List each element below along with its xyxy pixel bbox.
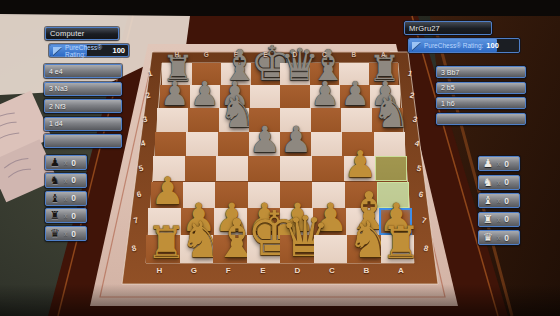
black-move-row-2[interactable]: 2 b5 (436, 82, 526, 94)
square-f6[interactable] (215, 182, 247, 208)
pawn-icon: ♟ (483, 158, 493, 169)
pure-chess-game-screen: ♜♝♚♛♝♜♟♟♟♟♟♟♞♞♟♟♟♟♟♟♟♟♟♝♟♜♞♝♚♛♞♜ HHGGFFE… (0, 0, 560, 316)
square-e8[interactable]: ♚ (247, 235, 281, 263)
white-move-text: 2 Nf3 (49, 103, 66, 110)
square-b4[interactable] (342, 132, 373, 157)
black-move-text: 2 b5 (441, 84, 455, 91)
white-move-row-5[interactable] (44, 134, 122, 148)
square-b3[interactable] (341, 108, 372, 132)
white-move-text: 1 d4 (49, 120, 63, 127)
square-d3[interactable] (280, 108, 311, 132)
white-captured-row-pawn: ♟x0 (45, 155, 87, 170)
white-rating-label: PureChess® Rating: (65, 44, 109, 58)
black-captured-count-rook: 0 (504, 214, 509, 224)
black-captured-count-pawn: 0 (504, 159, 509, 169)
square-g5[interactable] (185, 156, 217, 181)
square-b5[interactable]: ♟ (344, 156, 376, 181)
rook-icon: ♜ (50, 210, 60, 221)
square-e5[interactable] (248, 156, 280, 181)
square-d1[interactable]: ♛ (280, 63, 310, 85)
square-c3[interactable] (311, 108, 342, 132)
square-e7[interactable]: ♟ (247, 208, 280, 235)
knight-icon: ♞ (50, 175, 60, 186)
board-rank-3: ♞♞ (157, 108, 402, 132)
white-captured-row-knight: ♞x0 (45, 173, 87, 188)
black-captured-row-queen: ♛x0 (478, 230, 520, 245)
white-captured-count-pawn: 0 (71, 158, 76, 168)
white-player-name: Computer (50, 29, 85, 38)
black-captured-row-rook: ♜x0 (478, 212, 520, 227)
square-b7[interactable]: ♝ (346, 208, 379, 235)
multiply-symbol: x (64, 159, 67, 166)
square-d8[interactable]: ♛ (280, 235, 314, 263)
multiply-symbol: x (497, 179, 500, 186)
square-c8[interactable] (314, 235, 348, 263)
white-captured-count-queen: 0 (71, 229, 76, 239)
white-captured-row-queen: ♛x0 (45, 226, 87, 241)
square-a3[interactable]: ♞ (372, 108, 403, 132)
black-captured-count-queen: 0 (504, 233, 509, 243)
white-rating-value: 100 (112, 46, 125, 55)
square-c7[interactable]: ♟ (313, 208, 346, 235)
legal-move-highlight (377, 182, 409, 208)
black-move-text: 1 h6 (441, 100, 455, 107)
square-g7[interactable]: ♟ (181, 208, 214, 235)
board-rank-6: ♟ (151, 182, 410, 208)
file-label-bottom-F: F (222, 266, 234, 275)
pawn-icon: ♟ (50, 157, 60, 168)
black-move-row-3[interactable]: 1 h6 (436, 97, 526, 109)
white-move-row-2[interactable]: 3 Na3 (44, 82, 122, 96)
square-a7[interactable]: ♟ (379, 208, 412, 235)
white-captured-count-bishop: 0 (71, 193, 76, 203)
black-captured-row-knight: ♞x0 (478, 175, 520, 190)
black-player-name: MrGru27 (409, 24, 440, 33)
knight-icon: ♞ (483, 177, 493, 188)
multiply-symbol: x (497, 234, 500, 241)
square-h8[interactable]: ♜ (146, 235, 180, 263)
file-label-bottom-D: D (291, 266, 303, 275)
square-b6[interactable] (345, 182, 377, 208)
file-label-bottom-G: G (188, 266, 200, 275)
white-move-text: 4 e4 (49, 68, 63, 75)
file-label-top-B: B (348, 51, 360, 58)
file-label-bottom-C: C (326, 266, 338, 275)
square-h1[interactable]: ♜ (162, 63, 192, 85)
square-f7[interactable]: ♟ (214, 208, 247, 235)
white-captured-row-bishop: ♝x0 (45, 191, 87, 206)
black-player-name-bar: MrGru27 (404, 21, 492, 35)
file-label-top-F: F (230, 51, 242, 58)
file-label-top-H: H (171, 51, 183, 58)
square-d7[interactable]: ♟ (280, 208, 313, 235)
square-a6[interactable] (377, 182, 409, 208)
multiply-symbol: x (497, 197, 500, 204)
file-label-top-G: G (200, 51, 212, 58)
square-h4[interactable] (155, 132, 186, 157)
black-rating-value: 100 (486, 41, 499, 50)
square-a1[interactable]: ♜ (369, 63, 399, 85)
square-d6[interactable] (280, 182, 312, 208)
file-label-bottom-H: H (153, 266, 165, 275)
multiply-symbol: x (497, 216, 500, 223)
white-captured-count-knight: 0 (71, 175, 76, 185)
square-e6[interactable] (248, 182, 280, 208)
square-a4[interactable] (374, 132, 405, 157)
square-a2[interactable]: ♟ (370, 85, 400, 108)
black-rating-label: PureChess® Rating: (424, 42, 483, 49)
square-c2[interactable]: ♟ (310, 85, 340, 108)
black-captured-row-bishop: ♝x0 (478, 193, 520, 208)
black-captured-row-pawn: ♟x0 (478, 156, 520, 171)
white-move-text: 3 Na3 (49, 85, 68, 92)
purechess-flag-icon (53, 47, 62, 55)
board-rank-2: ♟♟♟♟♟♟ (160, 85, 401, 108)
square-g3[interactable] (188, 108, 219, 132)
bishop-icon: ♝ (483, 195, 493, 206)
board-rank-7: ♟♟♟♟♟♝♟ (148, 208, 411, 235)
square-b1[interactable] (339, 63, 369, 85)
board-rank-8: ♜♞♝♚♛♞♜ (146, 235, 414, 263)
multiply-symbol: x (497, 160, 500, 167)
white-move-row-1[interactable]: 4 e4 (44, 64, 122, 78)
square-e3[interactable] (249, 108, 280, 132)
file-label-bottom-E: E (257, 266, 269, 275)
white-captured-count-rook: 0 (71, 211, 76, 221)
black-move-row-1[interactable]: 3 Bb7 (436, 66, 526, 78)
file-label-top-D: D (289, 51, 301, 58)
square-a5[interactable] (375, 156, 407, 181)
queen-icon: ♛ (50, 228, 60, 239)
board-rank-4: ♟♟ (155, 132, 405, 157)
square-h3[interactable] (157, 108, 188, 132)
board-rank-1: ♜♝♚♛♝♜ (162, 63, 398, 85)
bishop-icon: ♝ (50, 193, 60, 204)
white-rating-bar: PureChess® Rating: 100 (49, 44, 129, 57)
square-f4[interactable] (218, 132, 249, 157)
multiply-symbol: x (64, 177, 67, 184)
black-rating-bar: PureChess® Rating: 100 (408, 38, 520, 53)
black-move-text: 3 Bb7 (441, 69, 459, 76)
square-f8[interactable]: ♝ (213, 235, 247, 263)
square-h2[interactable]: ♟ (160, 85, 190, 108)
purechess-flag-icon (412, 42, 421, 50)
white-player-name-bar: Computer (45, 27, 119, 40)
square-f2[interactable]: ♟ (220, 85, 250, 108)
black-captured-count-bishop: 0 (504, 196, 509, 206)
square-c4[interactable] (311, 132, 342, 157)
square-e2[interactable] (250, 85, 280, 108)
square-d2[interactable] (280, 85, 310, 108)
square-d5[interactable] (280, 156, 312, 181)
square-g8[interactable]: ♞ (180, 235, 214, 263)
file-label-top-E: E (259, 51, 271, 58)
rook-icon: ♜ (483, 214, 493, 225)
square-h5[interactable] (153, 156, 185, 181)
white-captured-row-rook: ♜x0 (45, 208, 87, 223)
square-c6[interactable] (312, 182, 344, 208)
file-label-top-C: C (318, 51, 330, 58)
square-g6[interactable] (183, 182, 215, 208)
square-b2[interactable]: ♟ (340, 85, 370, 108)
selected-square-highlight (379, 208, 412, 235)
black-move-row-4[interactable] (436, 113, 526, 125)
square-h7[interactable] (148, 208, 181, 235)
file-label-bottom-A: A (395, 266, 407, 275)
square-f1[interactable]: ♝ (221, 63, 251, 85)
black-captured-count-knight: 0 (504, 177, 509, 187)
white-move-row-3[interactable]: 2 Nf3 (44, 99, 122, 113)
square-b8[interactable]: ♞ (347, 235, 381, 263)
square-g4[interactable] (186, 132, 217, 157)
square-f3[interactable]: ♞ (219, 108, 250, 132)
board-rank-5: ♟ (153, 156, 407, 181)
square-f5[interactable] (216, 156, 248, 181)
square-e4[interactable]: ♟ (249, 132, 280, 157)
square-e1[interactable]: ♚ (251, 63, 281, 85)
square-g1[interactable] (192, 63, 222, 85)
file-label-top-A: A (377, 51, 389, 58)
square-c5[interactable] (312, 156, 344, 181)
queen-icon: ♛ (483, 232, 493, 243)
legal-move-highlight (375, 156, 407, 181)
square-a8[interactable]: ♜ (381, 235, 415, 263)
multiply-symbol: x (64, 230, 67, 237)
square-d4[interactable]: ♟ (280, 132, 311, 157)
multiply-symbol: x (64, 195, 67, 202)
square-g2[interactable]: ♟ (190, 85, 220, 108)
file-label-bottom-B: B (360, 266, 372, 275)
square-c1[interactable]: ♝ (310, 63, 340, 85)
multiply-symbol: x (64, 212, 67, 219)
square-h6[interactable]: ♟ (151, 182, 183, 208)
white-move-row-4[interactable]: 1 d4 (44, 117, 122, 131)
